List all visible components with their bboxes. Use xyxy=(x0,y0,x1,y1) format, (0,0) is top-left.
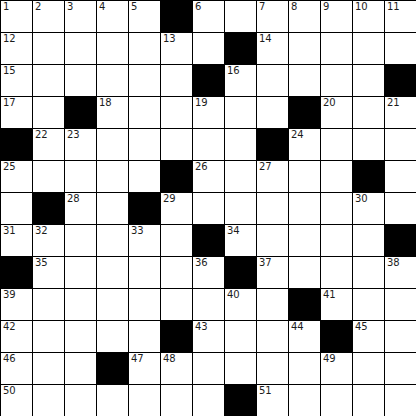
clue-number: 20 xyxy=(323,97,336,109)
crossword-cell[interactable]: 17 xyxy=(1,97,33,129)
crossword-cell[interactable] xyxy=(385,385,416,416)
crossword-cell[interactable] xyxy=(97,321,129,353)
black-cell xyxy=(33,193,65,225)
crossword-cell[interactable] xyxy=(97,33,129,65)
crossword-cell[interactable]: 43 xyxy=(193,321,225,353)
crossword-cell[interactable]: 39 xyxy=(1,289,33,321)
crossword-cell[interactable]: 36 xyxy=(193,257,225,289)
crossword-cell[interactable] xyxy=(257,289,289,321)
clue-number: 42 xyxy=(3,321,16,333)
crossword-cell[interactable]: 13 xyxy=(161,33,193,65)
crossword-cell[interactable]: 34 xyxy=(225,225,257,257)
clue-number: 2 xyxy=(35,1,41,13)
crossword-cell[interactable]: 50 xyxy=(1,385,33,416)
crossword-cell[interactable] xyxy=(161,97,193,129)
clue-number: 44 xyxy=(291,321,304,333)
crossword-cell[interactable]: 26 xyxy=(193,161,225,193)
crossword-cell[interactable] xyxy=(33,97,65,129)
crossword-cell[interactable] xyxy=(321,225,353,257)
crossword-cell[interactable] xyxy=(193,353,225,385)
black-cell xyxy=(97,353,129,385)
crossword-cell[interactable] xyxy=(225,321,257,353)
crossword-cell[interactable] xyxy=(385,193,416,225)
crossword-cell[interactable] xyxy=(353,225,385,257)
crossword-cell[interactable]: 19 xyxy=(193,97,225,129)
crossword-cell[interactable] xyxy=(225,1,257,33)
crossword-cell[interactable]: 35 xyxy=(33,257,65,289)
crossword-cell[interactable]: 1 xyxy=(1,1,33,33)
clue-number: 6 xyxy=(195,1,201,13)
crossword-cell[interactable] xyxy=(129,321,161,353)
crossword-cell[interactable] xyxy=(353,65,385,97)
clue-number: 3 xyxy=(67,1,73,13)
crossword-cell[interactable] xyxy=(193,33,225,65)
crossword-cell[interactable] xyxy=(65,225,97,257)
crossword-cell[interactable]: 49 xyxy=(321,353,353,385)
crossword-cell[interactable] xyxy=(97,289,129,321)
clue-number: 1 xyxy=(3,1,9,13)
crossword-cell[interactable] xyxy=(33,33,65,65)
crossword-cell[interactable] xyxy=(193,129,225,161)
clue-number: 5 xyxy=(131,1,137,13)
clue-number: 33 xyxy=(131,225,144,237)
clue-number: 25 xyxy=(3,161,16,173)
black-cell xyxy=(385,65,416,97)
clue-number: 46 xyxy=(3,353,16,365)
clue-number: 9 xyxy=(323,1,329,13)
crossword-cell[interactable] xyxy=(353,97,385,129)
crossword-cell[interactable]: 12 xyxy=(1,33,33,65)
crossword-cell[interactable] xyxy=(129,161,161,193)
crossword-cell[interactable] xyxy=(321,129,353,161)
crossword-cell[interactable]: 45 xyxy=(353,321,385,353)
black-cell xyxy=(225,385,257,416)
clue-number: 41 xyxy=(323,289,336,301)
crossword-cell[interactable]: 21 xyxy=(385,97,416,129)
crossword-cell[interactable] xyxy=(225,161,257,193)
clue-number: 35 xyxy=(35,257,48,269)
crossword-cell[interactable] xyxy=(385,129,416,161)
crossword-cell[interactable] xyxy=(321,257,353,289)
black-cell xyxy=(225,257,257,289)
clue-number: 48 xyxy=(163,353,176,365)
clue-number: 7 xyxy=(259,1,265,13)
crossword-cell[interactable] xyxy=(321,161,353,193)
crossword-cell[interactable] xyxy=(129,289,161,321)
crossword-cell[interactable] xyxy=(97,129,129,161)
clue-number: 16 xyxy=(227,65,240,77)
clue-number: 24 xyxy=(291,129,304,141)
crossword-cell[interactable] xyxy=(385,33,416,65)
crossword-cell[interactable]: 44 xyxy=(289,321,321,353)
crossword-cell[interactable] xyxy=(33,353,65,385)
crossword-cell[interactable]: 46 xyxy=(1,353,33,385)
crossword-cell[interactable] xyxy=(257,353,289,385)
crossword-cell[interactable] xyxy=(65,321,97,353)
crossword-cell[interactable] xyxy=(129,33,161,65)
black-cell xyxy=(225,33,257,65)
crossword-cell[interactable] xyxy=(257,321,289,353)
crossword-cell[interactable]: 11 xyxy=(385,1,416,33)
crossword-cell[interactable]: 38 xyxy=(385,257,416,289)
clue-number: 12 xyxy=(3,33,16,45)
clue-number: 34 xyxy=(227,225,240,237)
clue-number: 17 xyxy=(3,97,16,109)
crossword-cell[interactable] xyxy=(129,97,161,129)
clue-number: 36 xyxy=(195,257,208,269)
crossword-cell[interactable] xyxy=(289,257,321,289)
crossword-cell[interactable] xyxy=(257,225,289,257)
clue-number: 51 xyxy=(259,385,272,397)
crossword-cell[interactable] xyxy=(65,289,97,321)
crossword-cell[interactable] xyxy=(385,321,416,353)
black-cell xyxy=(161,321,193,353)
crossword-cell[interactable]: 30 xyxy=(353,193,385,225)
crossword-cell[interactable]: 9 xyxy=(321,1,353,33)
crossword-cell[interactable] xyxy=(225,193,257,225)
crossword-cell[interactable]: 15 xyxy=(1,65,33,97)
black-cell xyxy=(129,193,161,225)
crossword-cell[interactable] xyxy=(33,161,65,193)
crossword-cell[interactable] xyxy=(225,353,257,385)
black-cell xyxy=(1,129,33,161)
crossword-cell[interactable] xyxy=(193,289,225,321)
crossword-cell[interactable] xyxy=(1,193,33,225)
crossword-cell[interactable]: 42 xyxy=(1,321,33,353)
crossword-cell[interactable] xyxy=(321,193,353,225)
clue-number: 40 xyxy=(227,289,240,301)
crossword-cell[interactable]: 33 xyxy=(129,225,161,257)
crossword-cell[interactable] xyxy=(193,193,225,225)
crossword-cell[interactable] xyxy=(65,353,97,385)
crossword-cell[interactable] xyxy=(97,257,129,289)
clue-number: 39 xyxy=(3,289,16,301)
clue-number: 43 xyxy=(195,321,208,333)
crossword-cell[interactable] xyxy=(65,65,97,97)
clue-number: 14 xyxy=(259,33,272,45)
crossword-cell[interactable] xyxy=(289,193,321,225)
clue-number: 49 xyxy=(323,353,336,365)
crossword-cell[interactable] xyxy=(193,385,225,416)
clue-number: 10 xyxy=(355,1,368,13)
black-cell xyxy=(161,1,193,33)
crossword-cell[interactable] xyxy=(97,65,129,97)
crossword-cell[interactable]: 29 xyxy=(161,193,193,225)
clue-number: 31 xyxy=(3,225,16,237)
clue-number: 26 xyxy=(195,161,208,173)
crossword-cell[interactable] xyxy=(65,385,97,416)
crossword-cell[interactable] xyxy=(289,33,321,65)
crossword-cell[interactable] xyxy=(161,257,193,289)
clue-number: 38 xyxy=(387,257,400,269)
crossword-cell[interactable] xyxy=(33,385,65,416)
crossword-cell[interactable] xyxy=(353,33,385,65)
black-cell xyxy=(321,321,353,353)
crossword-cell[interactable]: 32 xyxy=(33,225,65,257)
clue-number: 18 xyxy=(99,97,112,109)
black-cell xyxy=(385,225,416,257)
clue-number: 15 xyxy=(3,65,16,77)
crossword-cell[interactable] xyxy=(225,129,257,161)
crossword-cell[interactable] xyxy=(353,353,385,385)
crossword-cell[interactable] xyxy=(353,129,385,161)
clue-number: 11 xyxy=(387,1,400,13)
crossword-cell[interactable]: 24 xyxy=(289,129,321,161)
crossword-cell[interactable]: 5 xyxy=(129,1,161,33)
clue-number: 13 xyxy=(163,33,176,45)
black-cell xyxy=(353,161,385,193)
crossword-cell[interactable] xyxy=(161,129,193,161)
black-cell xyxy=(161,161,193,193)
crossword-cell[interactable] xyxy=(289,353,321,385)
crossword-cell[interactable] xyxy=(97,193,129,225)
crossword-cell[interactable] xyxy=(321,65,353,97)
crossword-cell[interactable]: 25 xyxy=(1,161,33,193)
crossword-cell[interactable] xyxy=(385,289,416,321)
crossword-cell[interactable] xyxy=(33,65,65,97)
black-cell xyxy=(193,225,225,257)
crossword-cell[interactable]: 6 xyxy=(193,1,225,33)
crossword-cell[interactable]: 4 xyxy=(97,1,129,33)
crossword-cell[interactable] xyxy=(289,65,321,97)
clue-number: 4 xyxy=(99,1,105,13)
crossword-cell[interactable]: 14 xyxy=(257,33,289,65)
clue-number: 27 xyxy=(259,161,272,173)
clue-number: 37 xyxy=(259,257,272,269)
clue-number: 23 xyxy=(67,129,80,141)
crossword-cell[interactable] xyxy=(385,161,416,193)
black-cell xyxy=(65,97,97,129)
black-cell xyxy=(289,97,321,129)
crossword-cell[interactable]: 47 xyxy=(129,353,161,385)
clue-number: 45 xyxy=(355,321,368,333)
crossword-cell[interactable]: 20 xyxy=(321,97,353,129)
crossword-cell[interactable] xyxy=(129,129,161,161)
crossword-cell[interactable] xyxy=(257,65,289,97)
clue-number: 22 xyxy=(35,129,48,141)
crossword-puzzle: 1234567891011121314151617181920212223242… xyxy=(0,0,416,416)
crossword-cell[interactable] xyxy=(257,193,289,225)
crossword-cell[interactable] xyxy=(129,385,161,416)
crossword-cell[interactable]: 27 xyxy=(257,161,289,193)
crossword-cell[interactable] xyxy=(65,33,97,65)
black-cell xyxy=(193,65,225,97)
crossword-cell[interactable] xyxy=(161,225,193,257)
clue-number: 29 xyxy=(163,193,176,205)
clue-number: 50 xyxy=(3,385,16,397)
crossword-cell[interactable] xyxy=(65,257,97,289)
black-cell xyxy=(289,289,321,321)
clue-number: 19 xyxy=(195,97,208,109)
crossword-cell[interactable]: 40 xyxy=(225,289,257,321)
crossword-cell[interactable] xyxy=(289,161,321,193)
clue-number: 30 xyxy=(355,193,368,205)
crossword-cell[interactable]: 41 xyxy=(321,289,353,321)
crossword-cell[interactable] xyxy=(65,161,97,193)
black-cell xyxy=(1,257,33,289)
crossword-cell[interactable] xyxy=(289,385,321,416)
crossword-cell[interactable]: 23 xyxy=(65,129,97,161)
crossword-cell[interactable]: 7 xyxy=(257,1,289,33)
crossword-cell[interactable] xyxy=(97,161,129,193)
crossword-cell[interactable]: 8 xyxy=(289,1,321,33)
crossword-cell[interactable]: 3 xyxy=(65,1,97,33)
crossword-cell[interactable] xyxy=(321,33,353,65)
clue-number: 21 xyxy=(387,97,400,109)
crossword-cell[interactable] xyxy=(353,257,385,289)
crossword-cell[interactable] xyxy=(289,225,321,257)
crossword-cell[interactable] xyxy=(33,321,65,353)
crossword-cell[interactable] xyxy=(97,225,129,257)
crossword-cell[interactable] xyxy=(97,385,129,416)
crossword-cell[interactable] xyxy=(129,257,161,289)
clue-number: 28 xyxy=(67,193,80,205)
crossword-cell[interactable]: 22 xyxy=(33,129,65,161)
crossword-cell[interactable] xyxy=(385,353,416,385)
crossword-cell[interactable] xyxy=(353,289,385,321)
crossword-cell[interactable] xyxy=(161,289,193,321)
clue-number: 47 xyxy=(131,353,144,365)
crossword-cell[interactable]: 48 xyxy=(161,353,193,385)
black-cell xyxy=(257,129,289,161)
crossword-cell[interactable]: 37 xyxy=(257,257,289,289)
clue-number: 8 xyxy=(291,1,297,13)
crossword-cell[interactable]: 18 xyxy=(97,97,129,129)
crossword-cell[interactable]: 2 xyxy=(33,1,65,33)
crossword-cell[interactable]: 10 xyxy=(353,1,385,33)
crossword-cell[interactable] xyxy=(353,385,385,416)
crossword-cell[interactable]: 31 xyxy=(1,225,33,257)
crossword-cell[interactable] xyxy=(33,289,65,321)
crossword-cell[interactable]: 51 xyxy=(257,385,289,416)
crossword-cell[interactable] xyxy=(129,65,161,97)
crossword-cell[interactable] xyxy=(161,65,193,97)
crossword-cell[interactable]: 16 xyxy=(225,65,257,97)
crossword-cell[interactable] xyxy=(321,385,353,416)
crossword-cell[interactable] xyxy=(257,97,289,129)
crossword-grid: 1234567891011121314151617181920212223242… xyxy=(0,0,416,416)
clue-number: 32 xyxy=(35,225,48,237)
crossword-cell[interactable] xyxy=(161,385,193,416)
crossword-cell[interactable]: 28 xyxy=(65,193,97,225)
crossword-cell[interactable] xyxy=(225,97,257,129)
